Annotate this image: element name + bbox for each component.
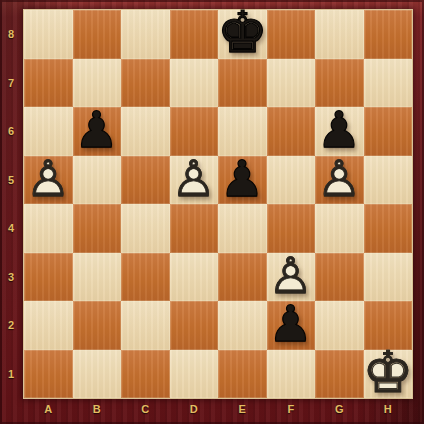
square-e3[interactable] xyxy=(218,253,267,302)
square-f6[interactable] xyxy=(267,107,316,156)
square-h4[interactable] xyxy=(364,204,413,253)
white-pawn-outline: ♙ xyxy=(317,154,362,204)
square-a2[interactable] xyxy=(24,301,73,350)
square-h3[interactable] xyxy=(364,253,413,302)
square-e7[interactable] xyxy=(218,59,267,108)
black-pawn-glyph: ♟ xyxy=(317,105,362,155)
square-h8[interactable] xyxy=(364,10,413,59)
square-e1[interactable] xyxy=(218,350,267,399)
file-label-h: H xyxy=(364,398,413,422)
square-a7[interactable] xyxy=(24,59,73,108)
square-d5[interactable]: ♟♙ xyxy=(170,156,219,205)
file-label-e: E xyxy=(218,398,267,422)
square-b1[interactable] xyxy=(73,350,122,399)
rank-label-5: 5 xyxy=(0,156,22,205)
square-c1[interactable] xyxy=(121,350,170,399)
square-c7[interactable] xyxy=(121,59,170,108)
rank-label-2: 2 xyxy=(0,301,22,350)
square-b3[interactable] xyxy=(73,253,122,302)
file-label-c: C xyxy=(121,398,170,422)
white-pawn-glyph: ♟ xyxy=(317,154,362,204)
square-a3[interactable] xyxy=(24,253,73,302)
white-pawn-glyph: ♟ xyxy=(268,251,313,301)
white-king[interactable]: ♚♔ xyxy=(364,350,413,399)
file-labels: ABCDEFGH xyxy=(24,398,412,422)
square-e4[interactable] xyxy=(218,204,267,253)
black-pawn[interactable]: ♟ xyxy=(267,301,316,350)
file-label-a: A xyxy=(24,398,73,422)
square-f1[interactable] xyxy=(267,350,316,399)
square-b6[interactable]: ♟ xyxy=(73,107,122,156)
white-king-glyph: ♚ xyxy=(362,344,413,401)
square-a6[interactable] xyxy=(24,107,73,156)
rank-label-1: 1 xyxy=(0,350,22,399)
square-b5[interactable] xyxy=(73,156,122,205)
file-label-b: B xyxy=(73,398,122,422)
square-f2[interactable]: ♟ xyxy=(267,301,316,350)
square-g8[interactable] xyxy=(315,10,364,59)
square-c6[interactable] xyxy=(121,107,170,156)
square-f5[interactable] xyxy=(267,156,316,205)
square-b2[interactable] xyxy=(73,301,122,350)
square-h7[interactable] xyxy=(364,59,413,108)
rank-label-3: 3 xyxy=(0,253,22,302)
square-h5[interactable] xyxy=(364,156,413,205)
square-h6[interactable] xyxy=(364,107,413,156)
square-d4[interactable] xyxy=(170,204,219,253)
square-h2[interactable] xyxy=(364,301,413,350)
square-h1[interactable]: ♚♔ xyxy=(364,350,413,399)
square-e6[interactable] xyxy=(218,107,267,156)
square-e2[interactable] xyxy=(218,301,267,350)
rank-label-7: 7 xyxy=(0,59,22,108)
square-a8[interactable] xyxy=(24,10,73,59)
square-c2[interactable] xyxy=(121,301,170,350)
rank-label-4: 4 xyxy=(0,204,22,253)
black-pawn-glyph: ♟ xyxy=(268,299,313,349)
black-king-glyph: ♚ xyxy=(217,5,268,62)
chess-board: ♚♟♟♟♙♟♙♟♟♙♟♙♟♚♔ xyxy=(24,10,412,398)
file-label-d: D xyxy=(170,398,219,422)
white-pawn-glyph: ♟ xyxy=(26,154,71,204)
white-pawn-outline: ♙ xyxy=(26,154,71,204)
board-frame: ♚♟♟♟♙♟♙♟♟♙♟♙♟♚♔ 87654321 ABCDEFGH xyxy=(0,0,424,424)
square-c3[interactable] xyxy=(121,253,170,302)
rank-label-8: 8 xyxy=(0,10,22,59)
square-f3[interactable]: ♟♙ xyxy=(267,253,316,302)
file-label-g: G xyxy=(315,398,364,422)
rank-label-6: 6 xyxy=(0,107,22,156)
square-d7[interactable] xyxy=(170,59,219,108)
square-a4[interactable] xyxy=(24,204,73,253)
square-b7[interactable] xyxy=(73,59,122,108)
square-e5[interactable]: ♟ xyxy=(218,156,267,205)
black-pawn-glyph: ♟ xyxy=(220,154,265,204)
white-pawn-outline: ♙ xyxy=(268,251,313,301)
white-pawn[interactable]: ♟♙ xyxy=(267,253,316,302)
white-pawn[interactable]: ♟♙ xyxy=(170,156,219,205)
square-a1[interactable] xyxy=(24,350,73,399)
square-d3[interactable] xyxy=(170,253,219,302)
square-f4[interactable] xyxy=(267,204,316,253)
square-g1[interactable] xyxy=(315,350,364,399)
square-g7[interactable] xyxy=(315,59,364,108)
square-b8[interactable] xyxy=(73,10,122,59)
square-g6[interactable]: ♟ xyxy=(315,107,364,156)
square-b4[interactable] xyxy=(73,204,122,253)
black-pawn[interactable]: ♟ xyxy=(218,156,267,205)
square-c5[interactable] xyxy=(121,156,170,205)
square-c8[interactable] xyxy=(121,10,170,59)
square-g3[interactable] xyxy=(315,253,364,302)
black-pawn[interactable]: ♟ xyxy=(315,107,364,156)
square-d1[interactable] xyxy=(170,350,219,399)
white-pawn[interactable]: ♟♙ xyxy=(24,156,73,205)
square-d8[interactable] xyxy=(170,10,219,59)
square-c4[interactable] xyxy=(121,204,170,253)
square-f8[interactable] xyxy=(267,10,316,59)
square-a5[interactable]: ♟♙ xyxy=(24,156,73,205)
square-g2[interactable] xyxy=(315,301,364,350)
white-pawn[interactable]: ♟♙ xyxy=(315,156,364,205)
black-pawn-glyph: ♟ xyxy=(74,105,119,155)
square-d6[interactable] xyxy=(170,107,219,156)
square-g4[interactable] xyxy=(315,204,364,253)
white-pawn-glyph: ♟ xyxy=(171,154,216,204)
black-king[interactable]: ♚ xyxy=(218,10,267,59)
white-king-outline: ♔ xyxy=(362,344,413,401)
square-e8[interactable]: ♚ xyxy=(218,10,267,59)
file-label-f: F xyxy=(267,398,316,422)
square-f7[interactable] xyxy=(267,59,316,108)
square-g5[interactable]: ♟♙ xyxy=(315,156,364,205)
white-pawn-outline: ♙ xyxy=(171,154,216,204)
black-pawn[interactable]: ♟ xyxy=(73,107,122,156)
square-d2[interactable] xyxy=(170,301,219,350)
rank-labels: 87654321 xyxy=(0,10,22,398)
